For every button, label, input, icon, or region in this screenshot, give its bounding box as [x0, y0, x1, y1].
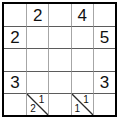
cell-r2c3[interactable] [71, 48, 93, 70]
given-number: 3 [100, 73, 109, 90]
cell-r3c3[interactable] [71, 71, 93, 93]
cell-r1c0: 2 [4, 26, 26, 48]
cell-r4c3: 11 [71, 93, 93, 115]
cell-r1c3[interactable] [71, 26, 93, 48]
cell-r4c1: 12 [26, 93, 48, 115]
cell-r4c4[interactable] [93, 93, 115, 115]
puzzle-page: 2425331211 [0, 0, 120, 120]
cell-r0c1: 2 [26, 4, 48, 26]
cell-r0c4[interactable] [93, 4, 115, 26]
given-number: 3 [10, 73, 19, 90]
cell-r4c0[interactable] [4, 93, 26, 115]
clue-bottom-left: 2 [30, 104, 36, 114]
given-number: 2 [33, 6, 42, 23]
cell-r3c4: 3 [93, 71, 115, 93]
clue-top-right: 1 [83, 95, 89, 105]
clue-bottom-left: 1 [75, 104, 81, 114]
clue-top-right: 1 [39, 95, 45, 105]
cell-r3c0: 3 [4, 71, 26, 93]
given-number: 4 [77, 6, 86, 23]
cell-r1c2[interactable] [48, 26, 70, 48]
given-number: 2 [10, 29, 19, 46]
cell-r2c1[interactable] [26, 48, 48, 70]
cell-r2c2[interactable] [48, 48, 70, 70]
cell-r1c1[interactable] [26, 26, 48, 48]
cell-r0c2[interactable] [48, 4, 70, 26]
given-number: 5 [100, 29, 109, 46]
cell-r2c4[interactable] [93, 48, 115, 70]
cell-r0c0[interactable] [4, 4, 26, 26]
cell-r2c0[interactable] [4, 48, 26, 70]
puzzle-board: 2425331211 [2, 2, 117, 117]
cell-r1c4: 5 [93, 26, 115, 48]
cell-r3c1[interactable] [26, 71, 48, 93]
cell-r4c2[interactable] [48, 93, 70, 115]
cell-r0c3: 4 [71, 4, 93, 26]
cell-r3c2[interactable] [48, 71, 70, 93]
